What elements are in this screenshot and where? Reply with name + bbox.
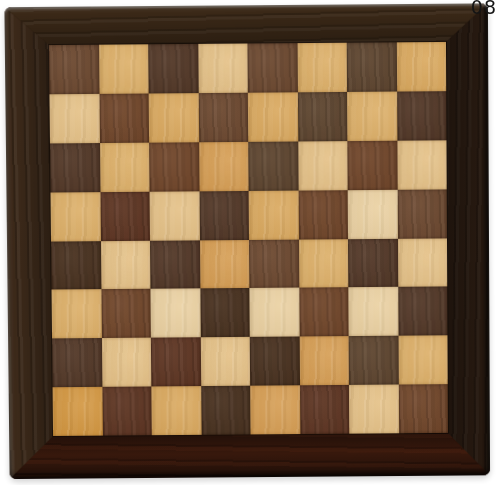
square-f7[interactable] <box>297 92 347 141</box>
square-c5[interactable] <box>150 191 200 240</box>
square-d1[interactable] <box>201 386 251 435</box>
square-e2[interactable] <box>250 337 300 386</box>
square-g2[interactable] <box>349 336 399 385</box>
square-b8[interactable] <box>99 44 149 93</box>
square-c3[interactable] <box>150 289 200 338</box>
square-e8[interactable] <box>247 43 297 92</box>
square-h3[interactable] <box>398 287 448 336</box>
square-d2[interactable] <box>200 337 250 386</box>
square-d4[interactable] <box>199 239 249 288</box>
square-g6[interactable] <box>347 140 397 189</box>
square-a7[interactable] <box>49 94 99 143</box>
square-b7[interactable] <box>99 93 149 142</box>
square-g1[interactable] <box>349 385 399 434</box>
square-a6[interactable] <box>50 143 100 192</box>
square-e1[interactable] <box>250 385 300 434</box>
square-a8[interactable] <box>49 45 99 94</box>
board-grid <box>49 42 448 436</box>
square-h7[interactable] <box>397 91 447 140</box>
square-g3[interactable] <box>348 287 398 336</box>
board-frame-top <box>4 3 488 45</box>
chess-board <box>4 3 490 479</box>
square-b3[interactable] <box>101 289 151 338</box>
product-number-label: 08 <box>471 0 497 18</box>
square-h8[interactable] <box>396 42 446 91</box>
square-h1[interactable] <box>398 384 448 433</box>
square-f3[interactable] <box>299 288 349 337</box>
square-e3[interactable] <box>249 288 299 337</box>
square-f5[interactable] <box>298 190 348 239</box>
square-h4[interactable] <box>397 238 447 287</box>
square-h2[interactable] <box>398 336 448 385</box>
square-a5[interactable] <box>50 192 100 241</box>
square-e5[interactable] <box>249 190 299 239</box>
product-photo: 08 <box>0 0 500 485</box>
board-frame-bottom <box>9 433 490 480</box>
square-c8[interactable] <box>148 44 198 93</box>
square-d5[interactable] <box>199 191 249 240</box>
square-b1[interactable] <box>102 387 152 436</box>
square-f2[interactable] <box>299 336 349 385</box>
square-c7[interactable] <box>149 93 199 142</box>
square-g8[interactable] <box>347 42 397 91</box>
square-g7[interactable] <box>347 91 397 140</box>
square-c2[interactable] <box>151 337 201 386</box>
square-c1[interactable] <box>151 386 201 435</box>
square-g4[interactable] <box>348 238 398 287</box>
square-h6[interactable] <box>397 140 447 189</box>
square-c4[interactable] <box>150 240 200 289</box>
square-a3[interactable] <box>51 289 101 338</box>
square-d8[interactable] <box>198 43 248 92</box>
square-b6[interactable] <box>100 142 150 191</box>
square-b5[interactable] <box>100 191 150 240</box>
square-d6[interactable] <box>199 142 249 191</box>
square-h5[interactable] <box>397 189 447 238</box>
square-f8[interactable] <box>297 43 347 92</box>
square-a2[interactable] <box>52 338 102 387</box>
square-e4[interactable] <box>249 239 299 288</box>
square-d7[interactable] <box>198 93 248 142</box>
square-f4[interactable] <box>298 239 348 288</box>
square-d3[interactable] <box>200 288 250 337</box>
square-b4[interactable] <box>100 240 150 289</box>
square-f1[interactable] <box>300 385 350 434</box>
board-frame-right <box>446 3 490 475</box>
square-f6[interactable] <box>298 141 348 190</box>
board-frame-left <box>4 7 53 479</box>
square-e7[interactable] <box>248 92 298 141</box>
square-c6[interactable] <box>149 142 199 191</box>
square-a1[interactable] <box>53 387 103 436</box>
square-b2[interactable] <box>101 338 151 387</box>
square-e6[interactable] <box>248 141 298 190</box>
square-g5[interactable] <box>348 189 398 238</box>
square-a4[interactable] <box>51 241 101 290</box>
